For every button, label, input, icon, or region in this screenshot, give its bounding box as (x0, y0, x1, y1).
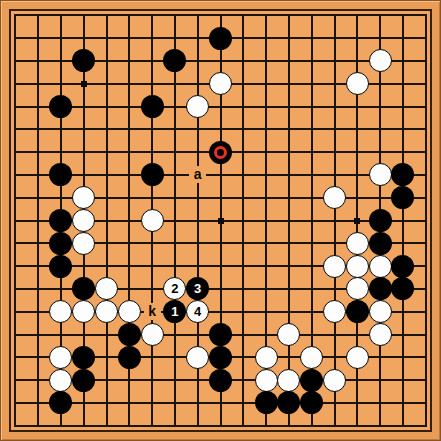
white-stone (346, 255, 369, 278)
black-stone (72, 277, 95, 300)
black-stone (300, 369, 323, 392)
white-stone (72, 232, 95, 255)
board-label-k: k (144, 303, 161, 320)
black-stone (72, 369, 95, 392)
black-stone (369, 209, 392, 232)
white-stone (346, 72, 369, 95)
grid-line-vertical (242, 14, 244, 426)
grid-line-vertical (288, 14, 290, 426)
move-4-stone: 4 (186, 300, 209, 323)
black-stone (391, 255, 414, 278)
white-stone (72, 186, 95, 209)
black-stone (72, 346, 95, 369)
red-circle-marker (214, 146, 227, 159)
white-stone (95, 277, 118, 300)
go-board-layer: 2314ak (1, 1, 440, 440)
black-stone (300, 391, 323, 414)
white-stone (323, 186, 346, 209)
white-stone (369, 300, 392, 323)
black-stone (118, 346, 141, 369)
black-stone (49, 163, 72, 186)
black-stone (277, 391, 300, 414)
black-stone (255, 391, 278, 414)
black-stone (72, 49, 95, 72)
white-stone (209, 72, 232, 95)
black-stone (391, 277, 414, 300)
white-stone (346, 277, 369, 300)
black-stone (391, 186, 414, 209)
white-stone (49, 346, 72, 369)
move-3-stone: 3 (186, 277, 209, 300)
grid-line-vertical (402, 14, 404, 426)
grid-line-horizontal (14, 425, 426, 427)
grid-line-horizontal (14, 402, 426, 404)
black-stone (346, 300, 369, 323)
white-stone (49, 369, 72, 392)
white-stone (369, 49, 392, 72)
white-stone (141, 323, 164, 346)
black-stone (209, 323, 232, 346)
white-stone (369, 323, 392, 346)
grid-line-vertical (425, 14, 427, 426)
black-stone (49, 95, 72, 118)
white-stone (323, 369, 346, 392)
white-stone (49, 300, 72, 323)
black-stone (391, 163, 414, 186)
board-label-a: a (189, 166, 206, 183)
star-point (218, 218, 224, 224)
black-stone (49, 255, 72, 278)
white-stone (186, 95, 209, 118)
black-stone (209, 346, 232, 369)
go-board-frame: 2314ak (0, 0, 441, 441)
black-stone (209, 369, 232, 392)
black-stone (49, 232, 72, 255)
black-stone (369, 277, 392, 300)
star-point (81, 81, 87, 87)
black-stone (141, 163, 164, 186)
white-stone (346, 346, 369, 369)
white-stone (72, 300, 95, 323)
white-stone (323, 255, 346, 278)
white-stone (346, 232, 369, 255)
grid-line-vertical (334, 14, 336, 426)
white-stone (323, 300, 346, 323)
white-stone (141, 209, 164, 232)
move-2-stone: 2 (163, 277, 186, 300)
move-1-stone: 1 (163, 300, 186, 323)
star-point (354, 218, 360, 224)
white-stone (277, 369, 300, 392)
marked-black-stone (209, 141, 232, 164)
white-stone (95, 300, 118, 323)
white-stone (369, 255, 392, 278)
go-diagram: 2314ak (0, 0, 441, 441)
black-stone (141, 95, 164, 118)
white-stone (300, 346, 323, 369)
white-stone (255, 346, 278, 369)
white-stone (118, 300, 141, 323)
black-stone (163, 49, 186, 72)
white-stone (277, 323, 300, 346)
black-stone (209, 27, 232, 50)
white-stone (72, 209, 95, 232)
white-stone (255, 369, 278, 392)
black-stone (49, 209, 72, 232)
black-stone (369, 232, 392, 255)
black-stone (49, 391, 72, 414)
white-stone (369, 163, 392, 186)
black-stone (118, 323, 141, 346)
white-stone (186, 346, 209, 369)
